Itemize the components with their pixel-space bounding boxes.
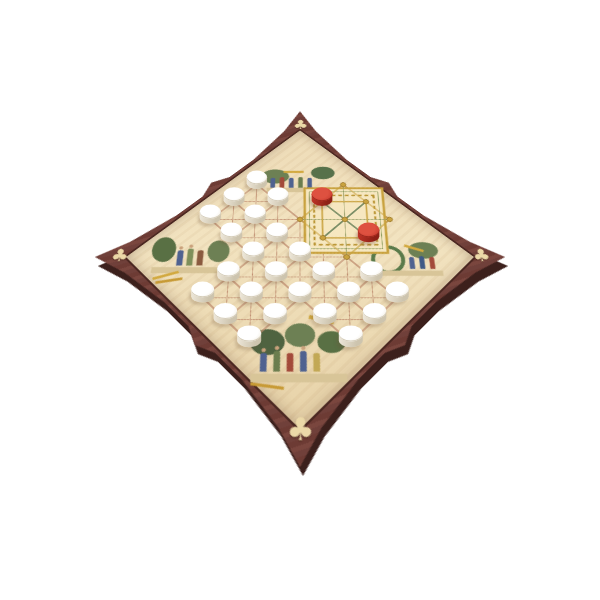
white-soldier-piece[interactable] <box>224 187 245 206</box>
white-soldier-piece[interactable] <box>221 223 243 243</box>
piece-top <box>200 205 221 219</box>
white-soldier-piece[interactable] <box>240 282 263 303</box>
piece-top <box>242 242 264 257</box>
white-soldier-piece[interactable] <box>217 261 239 281</box>
piece-top <box>337 282 360 298</box>
piece-top <box>358 223 380 238</box>
white-soldier-piece[interactable] <box>339 325 363 347</box>
piece-top <box>247 170 267 184</box>
piece-top <box>266 223 288 238</box>
pieces-layer <box>0 0 600 600</box>
piece-top <box>237 325 261 341</box>
white-soldier-piece[interactable] <box>313 303 336 324</box>
piece-top <box>214 303 237 319</box>
white-soldier-piece[interactable] <box>214 303 237 324</box>
piece-top <box>363 303 386 319</box>
white-soldier-piece[interactable] <box>360 261 382 281</box>
white-soldier-piece[interactable] <box>191 282 214 303</box>
white-soldier-piece[interactable] <box>363 303 386 324</box>
piece-top <box>221 223 243 238</box>
white-soldier-piece[interactable] <box>266 223 288 243</box>
white-soldier-piece[interactable] <box>200 205 221 224</box>
piece-top <box>217 261 239 276</box>
piece-top <box>313 303 336 319</box>
white-soldier-piece[interactable] <box>245 205 266 224</box>
piece-top <box>360 261 382 276</box>
white-soldier-piece[interactable] <box>337 282 360 303</box>
piece-top <box>339 325 363 341</box>
piece-top <box>386 282 409 298</box>
piece-top <box>265 261 287 276</box>
red-officer-piece[interactable] <box>312 187 333 206</box>
white-soldier-piece[interactable] <box>247 170 267 188</box>
piece-top <box>289 242 311 257</box>
piece-top <box>268 187 289 201</box>
white-soldier-piece[interactable] <box>265 261 287 281</box>
piece-top <box>240 282 263 298</box>
piece-top <box>191 282 214 298</box>
white-soldier-piece[interactable] <box>268 187 289 206</box>
white-soldier-piece[interactable] <box>386 282 409 303</box>
piece-top <box>289 282 312 298</box>
white-soldier-piece[interactable] <box>313 261 335 281</box>
piece-top <box>313 261 335 276</box>
white-soldier-piece[interactable] <box>242 242 264 262</box>
piece-top <box>312 187 333 201</box>
white-soldier-piece[interactable] <box>289 242 311 262</box>
piece-top <box>263 303 286 319</box>
product-photo-stage: ♣ ♣ ♣ ♣ <box>0 0 600 600</box>
piece-top <box>224 187 245 201</box>
red-officer-piece[interactable] <box>358 223 380 243</box>
white-soldier-piece[interactable] <box>289 282 312 303</box>
piece-top <box>245 205 266 219</box>
white-soldier-piece[interactable] <box>263 303 286 324</box>
white-soldier-piece[interactable] <box>237 325 261 347</box>
